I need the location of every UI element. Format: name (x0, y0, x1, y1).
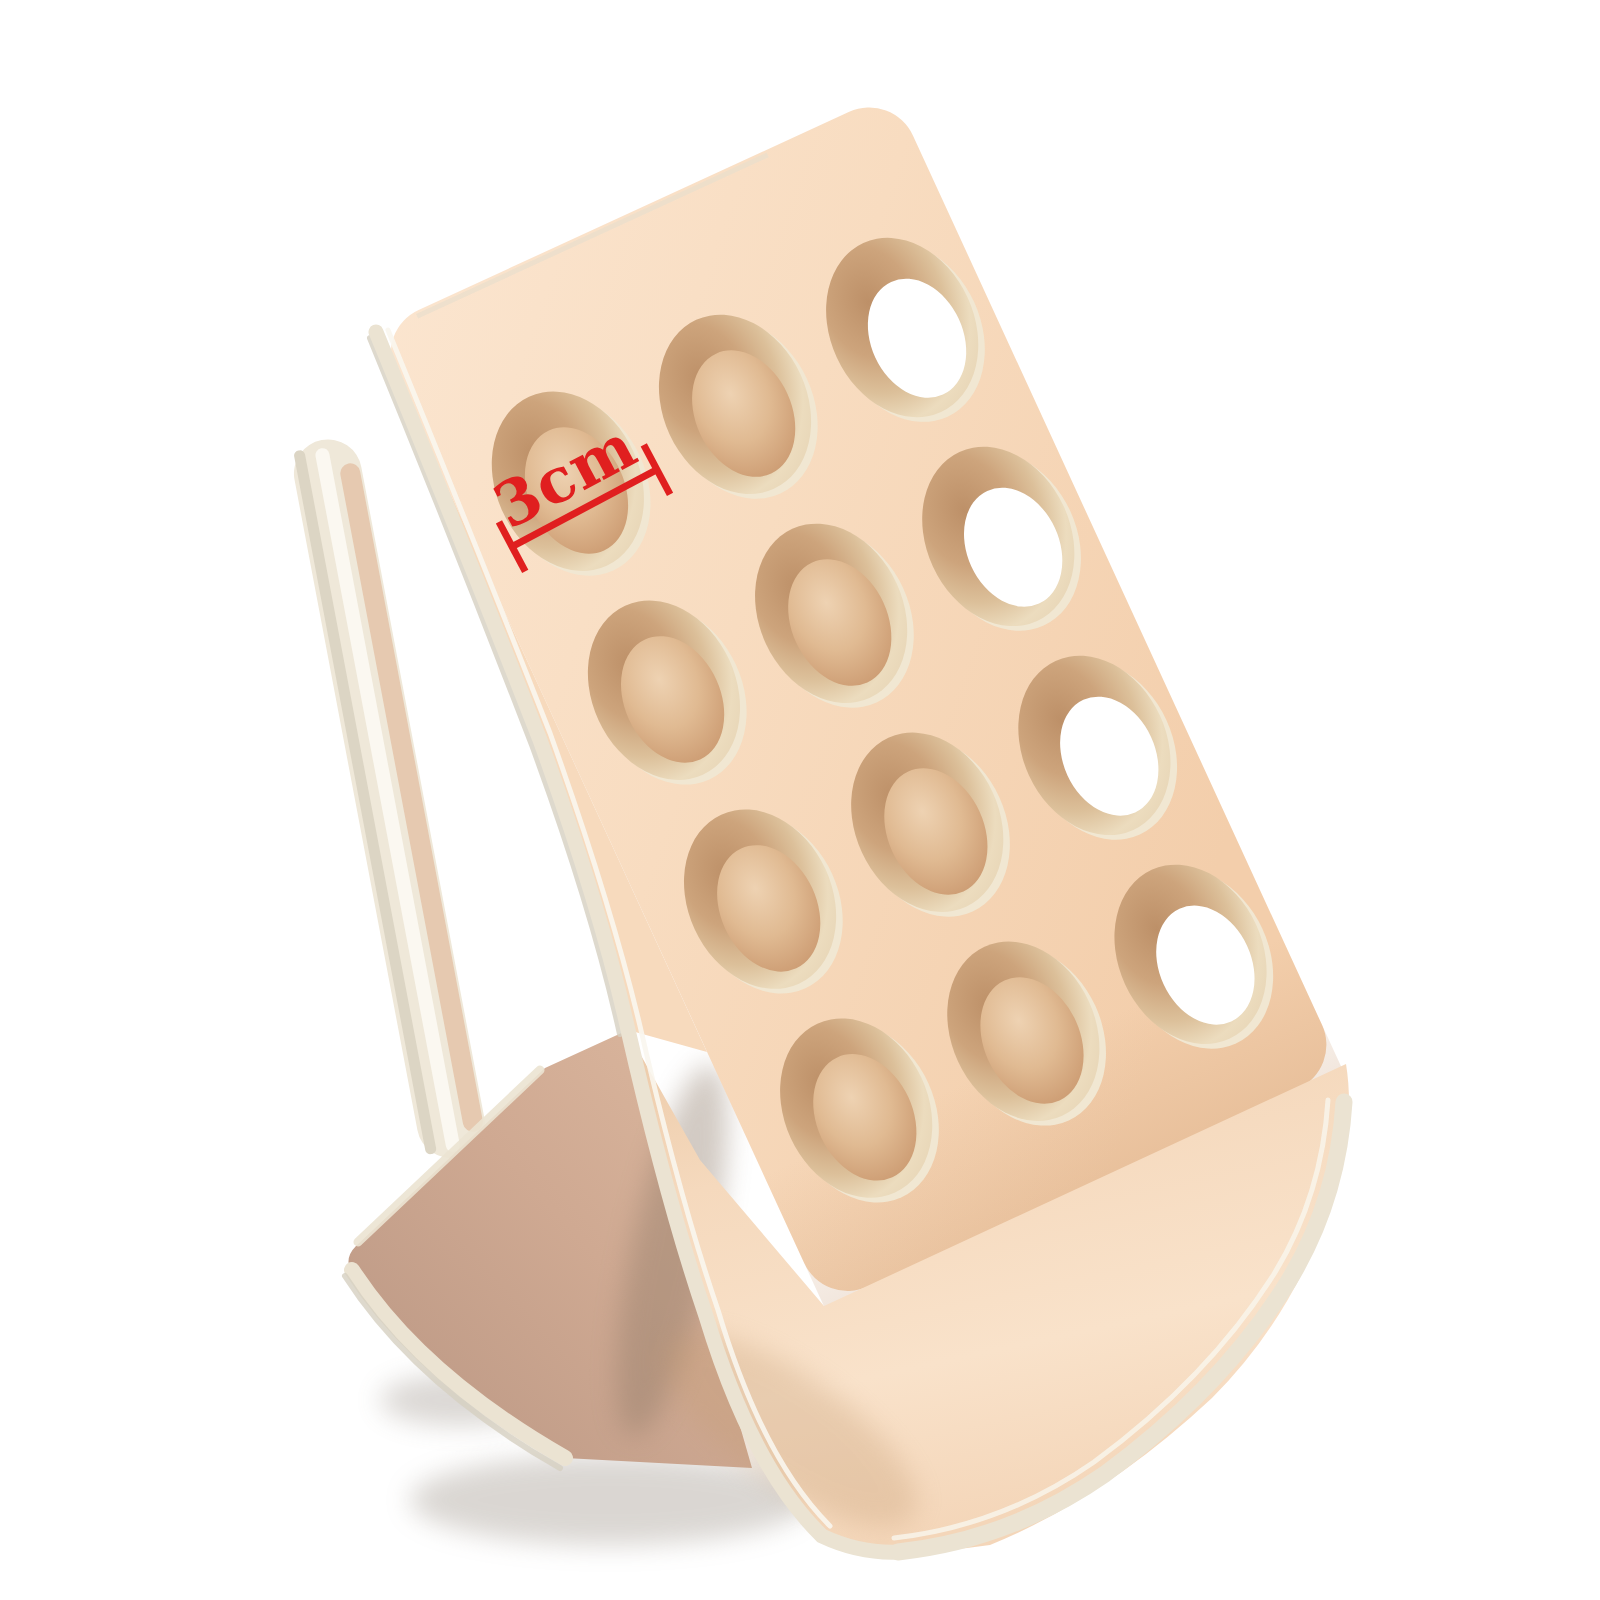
product-photo: 3cm (0, 0, 1600, 1600)
display-stand-illustration: 3cm (0, 0, 1600, 1600)
